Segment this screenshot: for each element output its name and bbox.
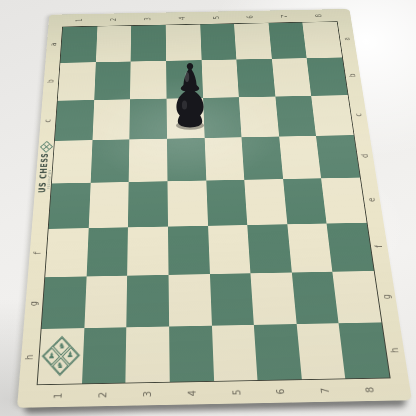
square-b1[interactable] (58, 62, 96, 101)
square-g8[interactable] (333, 271, 382, 323)
square-d8[interactable] (316, 135, 360, 178)
square-f3[interactable] (127, 227, 168, 276)
square-f7[interactable] (287, 224, 333, 273)
square-c8[interactable] (311, 95, 353, 136)
square-e1[interactable] (49, 183, 91, 229)
square-b7[interactable] (272, 58, 312, 96)
square-e5[interactable] (206, 180, 247, 226)
square-a1[interactable] (60, 26, 97, 62)
square-a8[interactable] (303, 22, 343, 58)
square-h1[interactable]: ♞♟♟♞ (38, 328, 84, 384)
square-g4[interactable] (168, 274, 211, 326)
square-g5[interactable] (209, 273, 253, 325)
corner-logo-glyph: ♟ (48, 352, 55, 360)
vinyl-chess-mat: 12345678 12345678 US CHESS FEDERATION ab… (17, 9, 412, 408)
square-b8[interactable] (307, 57, 348, 95)
square-b3[interactable] (130, 61, 166, 99)
square-d2[interactable] (90, 139, 129, 182)
square-d7[interactable] (279, 136, 321, 179)
corner-logo-glyph: ♟ (67, 351, 74, 359)
square-f8[interactable] (327, 223, 374, 272)
square-a7[interactable] (268, 23, 307, 59)
square-c3[interactable] (130, 99, 167, 140)
square-h8[interactable] (339, 322, 390, 378)
square-c6[interactable] (239, 97, 279, 138)
uschess-diamond-icon (40, 141, 53, 153)
square-d3[interactable] (129, 139, 168, 182)
square-b6[interactable] (236, 59, 275, 97)
square-a5[interactable] (200, 24, 237, 60)
square-e8[interactable] (321, 178, 366, 224)
chess-board: ♞♟♟♞ (37, 21, 391, 385)
square-h4[interactable] (169, 326, 214, 382)
square-a2[interactable] (96, 26, 132, 62)
square-g2[interactable] (84, 276, 127, 328)
square-h7[interactable] (296, 323, 345, 379)
uschess-corner-logo: ♞♟♟♞ (43, 337, 79, 374)
square-h3[interactable] (126, 327, 170, 383)
square-d4[interactable] (167, 138, 206, 181)
corner-logo-glyph: ♞ (57, 361, 64, 369)
square-c2[interactable] (92, 99, 130, 140)
square-f4[interactable] (168, 226, 210, 275)
square-a4[interactable] (166, 24, 202, 60)
square-h2[interactable] (82, 327, 127, 383)
square-f6[interactable] (247, 224, 291, 273)
black-bishop-piece[interactable] (170, 61, 210, 131)
square-e2[interactable] (88, 182, 128, 228)
tabletop-photo: 12345678 12345678 US CHESS FEDERATION ab… (0, 0, 416, 416)
square-b2[interactable] (94, 62, 131, 101)
square-e4[interactable] (167, 181, 207, 227)
square-c7[interactable] (275, 96, 316, 137)
square-a3[interactable] (131, 25, 166, 61)
square-g1[interactable] (42, 276, 87, 328)
square-e6[interactable] (244, 179, 287, 225)
square-g3[interactable] (127, 275, 169, 327)
square-d5[interactable] (204, 137, 244, 180)
square-c1[interactable] (55, 100, 94, 141)
square-f5[interactable] (208, 225, 251, 274)
square-e3[interactable] (128, 181, 168, 227)
square-d6[interactable] (242, 137, 283, 180)
square-f1[interactable] (45, 228, 88, 277)
perspective-stage: 12345678 12345678 US CHESS FEDERATION ab… (17, 14, 412, 404)
square-a6[interactable] (234, 23, 272, 59)
square-f2[interactable] (86, 227, 128, 276)
square-g7[interactable] (292, 272, 339, 324)
square-h6[interactable] (254, 324, 302, 380)
square-d1[interactable] (52, 140, 92, 183)
square-e7[interactable] (283, 178, 327, 224)
square-h5[interactable] (211, 325, 257, 381)
square-g6[interactable] (251, 273, 297, 325)
corner-logo-glyph: ♞ (58, 342, 65, 350)
